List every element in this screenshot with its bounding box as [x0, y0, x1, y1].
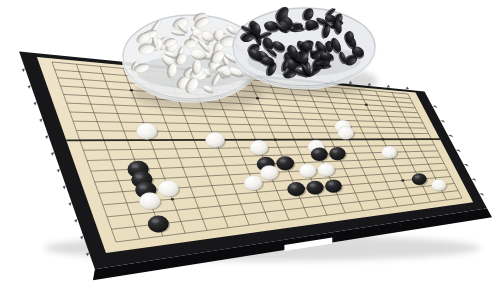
- stone-glint-icon: [415, 176, 420, 179]
- stone-glint-icon: [152, 219, 159, 223]
- stone-glint-icon: [280, 159, 286, 162]
- star-point: [401, 179, 404, 182]
- stone-glint-icon: [139, 185, 146, 189]
- frame-ridge-icon: [74, 219, 77, 223]
- stone-glint-icon: [314, 150, 319, 153]
- stone-glint-icon: [132, 164, 139, 168]
- frame-ridge-icon: [406, 87, 410, 90]
- black-stone-bowl[interactable]: [233, 5, 375, 88]
- white-stone[interactable]: [136, 123, 157, 140]
- star-point: [365, 104, 368, 107]
- stone-glint-icon: [310, 184, 315, 187]
- white-stone[interactable]: [260, 165, 278, 179]
- stone-glint-icon: [260, 160, 266, 163]
- frame-ridge-icon: [51, 152, 54, 156]
- white-stone[interactable]: [299, 164, 316, 178]
- stone-glint-icon: [291, 185, 297, 188]
- go-scene-svg: [0, 0, 500, 285]
- black-stone[interactable]: [306, 181, 323, 195]
- white-stone[interactable]: [382, 146, 397, 158]
- frame-ridge-icon: [22, 68, 25, 72]
- frame-ridge-icon: [28, 85, 31, 89]
- white-stone[interactable]: [432, 179, 447, 191]
- star-point: [171, 198, 174, 201]
- frame-ridge-icon: [33, 102, 36, 106]
- frame-ridge-icon: [63, 185, 66, 189]
- frame-ridge-icon: [68, 202, 71, 206]
- white-stone[interactable]: [338, 126, 354, 139]
- white-stone[interactable]: [206, 132, 225, 147]
- white-stone[interactable]: [318, 163, 335, 176]
- stone-glint-icon: [332, 150, 337, 153]
- white-stone[interactable]: [244, 175, 263, 190]
- black-stone[interactable]: [287, 182, 305, 196]
- white-stone[interactable]: [139, 193, 160, 210]
- star-point: [274, 138, 277, 141]
- black-stone[interactable]: [325, 179, 342, 192]
- white-stone[interactable]: [250, 140, 268, 155]
- stone-glint-icon: [328, 182, 333, 185]
- black-stone[interactable]: [148, 216, 169, 233]
- white-stone[interactable]: [158, 180, 179, 196]
- black-stone[interactable]: [276, 156, 294, 170]
- stone-glint-icon: [136, 175, 143, 179]
- frame-ridge-icon: [45, 135, 48, 139]
- frame-ridge-icon: [387, 85, 391, 88]
- black-stone[interactable]: [412, 173, 427, 185]
- frame-ridge-icon: [39, 118, 42, 122]
- black-stone[interactable]: [329, 147, 345, 160]
- product-photo: [0, 0, 500, 285]
- star-point: [130, 89, 133, 92]
- star-point: [381, 138, 384, 141]
- frame-ridge-icon: [80, 236, 83, 240]
- frame-ridge-icon: [57, 169, 60, 173]
- black-stone[interactable]: [311, 147, 328, 160]
